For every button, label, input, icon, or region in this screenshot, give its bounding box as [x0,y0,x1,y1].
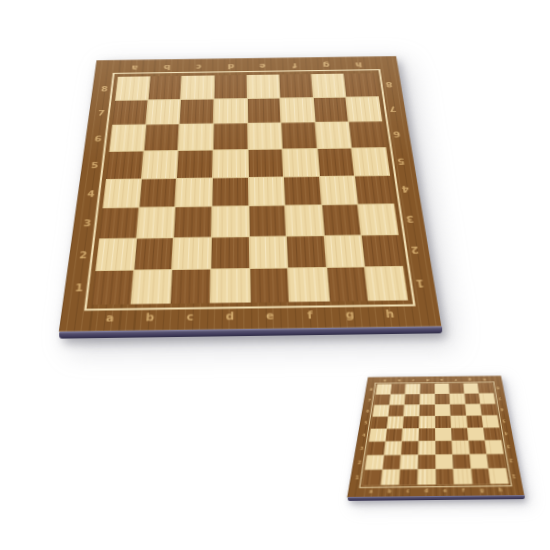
files-bottom-label-g: g [329,301,371,328]
square-d3 [418,441,435,454]
square-e5 [248,149,283,176]
square-d2 [211,237,249,269]
files-bottom-label-f: f [289,301,331,328]
square-a7 [112,100,147,125]
square-c6 [404,405,420,416]
square-h4 [355,175,394,204]
square-c4 [402,428,419,441]
square-h8 [344,73,379,97]
files-bottom-label-h: h [368,300,411,327]
square-b2 [383,455,401,469]
square-d1 [418,469,436,484]
square-b7 [146,100,180,125]
square-h7 [479,393,495,404]
square-g8 [464,383,479,393]
files-bottom-label-b: b [380,485,400,497]
square-c1 [171,270,210,304]
square-c5 [177,150,212,177]
files-bottom-label-b: b [129,304,171,331]
square-h3 [359,204,399,234]
ranks-right-label-2: 2 [504,454,519,469]
square-d6 [419,405,434,416]
square-f7 [450,394,465,405]
square-a6 [109,125,145,151]
square-f6 [450,404,466,415]
files-top-label-f: f [278,57,311,74]
square-g5 [318,148,355,175]
square-d7 [214,99,247,124]
files-bottom-label-f: f [454,484,473,496]
square-g1 [327,268,368,302]
square-h4 [484,428,502,441]
square-h6 [349,122,386,148]
ranks-left-label-2: 2 [67,238,99,271]
square-f1 [288,268,328,302]
square-c7 [180,99,213,124]
square-g3 [469,441,487,454]
ranks-right-label-8: 8 [492,383,504,393]
ranks-left-label-5: 5 [80,151,109,179]
chessboard-main: abcdefghabcdefgh8765432187654321 [59,56,441,331]
files-bottom-label-g: g [472,484,492,496]
square-a5 [106,151,143,178]
square-g4 [320,176,358,205]
ranks-left-label-7: 7 [87,100,115,125]
files-top-label-e: e [246,58,278,75]
square-b1 [381,470,400,485]
square-a3 [367,442,385,455]
square-c7 [405,394,420,405]
chessboard-main-surface: abcdefghabcdefgh8765432187654321 [59,56,441,331]
square-e5 [435,416,451,428]
files-bottom-label-a: a [361,485,381,497]
square-f8 [279,74,312,98]
square-d4 [419,428,435,441]
ranks-right-label-3: 3 [501,440,516,454]
ranks-right-label-6: 6 [382,121,411,147]
square-h6 [481,404,498,415]
square-e7 [247,98,280,123]
square-e3 [435,441,452,454]
ranks-right-label-3: 3 [394,203,426,234]
square-d5 [213,150,248,177]
square-h5 [352,148,390,175]
square-e6 [435,404,450,415]
square-c1 [399,470,417,485]
square-f4 [284,176,321,205]
square-g7 [464,393,480,404]
ranks-right-label-6: 6 [495,404,508,415]
files-top-label-a: a [118,59,152,76]
files-top-label-h: h [341,56,375,73]
square-d6 [213,124,247,150]
square-d5 [419,416,435,428]
files-bottom-label-c: c [169,303,210,330]
files-bottom-label-h: h [490,484,510,496]
square-e6 [248,123,282,149]
square-f2 [287,236,326,268]
files-bottom-label-e: e [250,302,291,329]
square-h8 [478,383,494,393]
square-d8 [214,75,246,99]
square-d1 [211,269,250,303]
square-c2 [173,238,211,270]
square-g4 [467,428,484,441]
chessboard-thumbnail-view: abcdefghabcdefgh8765432187654321 [358,351,512,505]
files-bottom-label-c: c [398,485,417,497]
square-b6 [388,405,404,416]
coordinates-files-bottom: abcdefgh [89,300,412,331]
square-f3 [452,441,469,454]
chessboard-thumbnail-surface: abcdefghabcdefgh8765432187654321 [347,376,524,498]
square-e8 [247,74,279,98]
square-e1 [250,269,289,303]
square-a8 [115,76,149,100]
square-f4 [451,428,468,441]
ranks-right-label-1: 1 [506,468,522,484]
square-h5 [482,415,499,427]
ranks-right-label-7: 7 [494,393,507,404]
square-f2 [453,454,471,468]
square-d3 [212,206,248,236]
chessboard-thumbnail: abcdefghabcdefgh8765432187654321 [347,376,524,498]
square-b1 [131,270,171,304]
square-f7 [280,98,314,123]
square-b3 [137,207,175,237]
square-f8 [449,383,464,393]
ranks-right-label-2: 2 [398,234,431,266]
square-a2 [365,455,384,469]
square-d7 [420,394,435,405]
square-b4 [139,178,176,207]
square-b4 [386,429,403,442]
files-bottom-label-d: d [210,303,250,330]
square-e2 [249,237,287,269]
ranks-left-label-3: 3 [72,208,103,239]
square-e7 [435,394,450,405]
square-g3 [322,205,361,235]
ranks-right-label-5: 5 [386,147,416,175]
square-e2 [436,455,453,469]
playing-area [363,383,509,485]
files-top-label-b: b [150,59,183,76]
square-c2 [400,455,418,469]
square-c5 [403,416,419,428]
square-a4 [103,179,141,208]
square-b5 [142,151,178,178]
playing-area [92,73,408,305]
square-a3 [99,208,138,238]
square-a8 [376,384,391,394]
square-e4 [435,428,451,441]
square-g6 [465,404,481,415]
square-g7 [314,97,349,122]
square-c3 [174,207,211,237]
square-a2 [95,239,135,271]
square-a7 [374,394,390,405]
square-d8 [420,384,434,394]
square-g8 [312,73,346,97]
square-b3 [384,441,402,454]
ranks-left-label-1: 1 [63,271,96,305]
square-g2 [325,235,365,267]
files-bottom-label-e: e [436,484,455,496]
square-c4 [176,178,212,207]
square-a1 [363,470,382,485]
square-e8 [435,383,449,393]
ranks-right-label-1: 1 [403,266,437,300]
files-top-label-g: g [310,57,344,74]
square-h3 [485,440,503,453]
square-h2 [487,454,506,468]
chessboard-main-view: abcdefghabcdefgh8765432187654321 [78,7,419,348]
ranks-right-label-5: 5 [497,415,511,427]
square-b7 [389,394,404,405]
ranks-left-label-4: 4 [76,179,106,208]
square-b8 [391,384,406,394]
square-b8 [148,76,181,100]
square-f5 [283,149,319,176]
square-h1 [489,469,509,484]
ranks-right-label-4: 4 [390,175,421,204]
chessboard-thumbnail-scaler: abcdefghabcdefgh8765432187654321 [347,376,524,498]
files-bottom-label-d: d [417,484,436,496]
product-image: abcdefghabcdefgh8765432187654321 abcdefg… [0,0,550,550]
square-a6 [373,405,389,416]
square-g5 [466,416,483,428]
square-h1 [366,267,408,301]
files-top-label-d: d [214,58,246,75]
ranks-left-label-8: 8 [91,77,118,101]
square-f5 [451,416,467,428]
square-c6 [179,124,213,150]
square-e1 [436,469,454,484]
ranks-right-label-7: 7 [379,96,407,121]
square-a4 [369,429,386,442]
square-c3 [401,441,418,454]
square-b5 [387,416,403,428]
square-b2 [134,238,173,270]
files-bottom-label-a: a [89,304,132,331]
square-h2 [362,235,403,267]
square-c8 [181,75,214,99]
square-a1 [92,271,133,305]
square-f1 [453,469,472,484]
square-e4 [249,177,285,206]
square-d2 [418,455,435,469]
square-f3 [286,205,324,235]
ranks-right-label-8: 8 [375,73,403,97]
square-g2 [470,454,488,468]
square-b6 [144,125,179,151]
square-e3 [249,206,286,236]
files-top-label-c: c [182,59,214,76]
square-a5 [371,417,388,429]
square-g1 [471,469,490,484]
square-g6 [316,122,352,148]
square-c8 [405,384,420,394]
ranks-right-label-4: 4 [499,427,513,440]
square-d4 [212,177,248,206]
square-f6 [282,123,317,149]
ranks-left-label-6: 6 [84,125,112,152]
square-h7 [347,97,383,122]
